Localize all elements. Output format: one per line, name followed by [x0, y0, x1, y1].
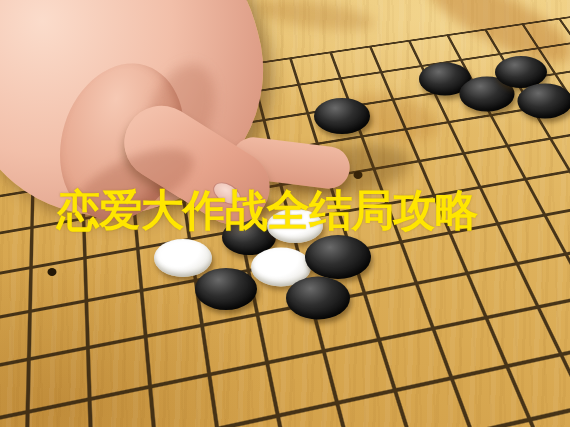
go-board-photo: 恋爱大作战全结局攻略: [0, 0, 570, 427]
caption-text: 恋爱大作战全结局攻略: [57, 188, 477, 233]
